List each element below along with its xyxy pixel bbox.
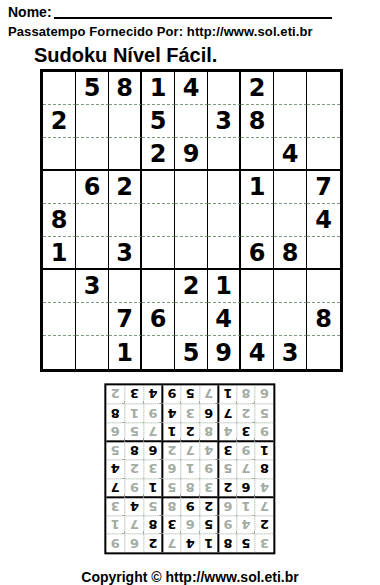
solution-cell: 1 xyxy=(199,534,218,553)
sudoku-cell xyxy=(142,237,175,270)
solution-cell: 1 xyxy=(106,515,125,534)
solution-cell: 5 xyxy=(125,422,144,441)
solution-cell: 1 xyxy=(255,441,274,460)
solution-cell: 4 xyxy=(218,422,237,441)
sudoku-cell: 5 xyxy=(76,72,109,105)
solution-cell: 7 xyxy=(199,385,218,404)
sudoku-cell xyxy=(142,204,175,237)
solution-area: 3581472692495638717162985434623851978759… xyxy=(0,383,380,554)
sudoku-cell xyxy=(208,138,241,171)
sudoku-cell xyxy=(208,72,241,105)
solution-cell: 2 xyxy=(199,497,218,516)
page-title: Sudoku Nível Fácil. xyxy=(34,45,372,66)
sudoku-cell: 6 xyxy=(142,303,175,336)
solution-cell: 4 xyxy=(106,459,125,478)
sudoku-cell xyxy=(274,303,307,336)
solution-cell: 6 xyxy=(218,497,237,516)
sudoku-cell xyxy=(76,237,109,270)
solution-cell: 9 xyxy=(106,534,125,553)
solution-cell: 9 xyxy=(255,422,274,441)
solution-cell: 5 xyxy=(236,534,255,553)
solution-cell: 5 xyxy=(106,441,125,460)
sudoku-cell xyxy=(142,270,175,303)
solution-cell: 4 xyxy=(199,441,218,460)
sudoku-cell: 6 xyxy=(241,237,274,270)
sudoku-cell: 2 xyxy=(142,138,175,171)
solution-cell: 4 xyxy=(255,478,274,497)
sudoku-cell xyxy=(109,138,142,171)
sudoku-cell: 5 xyxy=(142,105,175,138)
solution-cell: 3 xyxy=(144,459,163,478)
sudoku-cell: 8 xyxy=(241,105,274,138)
sudoku-cell xyxy=(175,237,208,270)
sudoku-cell: 4 xyxy=(175,72,208,105)
sudoku-cell: 1 xyxy=(241,171,274,204)
solution-cell: 8 xyxy=(236,385,255,404)
sudoku-cell: 8 xyxy=(274,237,307,270)
page-header: Nome: Passatempo Fornecido Por: http://w… xyxy=(8,0,372,66)
solution-cell: 1 xyxy=(218,385,237,404)
solution-cell: 5 xyxy=(255,404,274,423)
solution-cell: 7 xyxy=(218,404,237,423)
solution-cell: 7 xyxy=(125,515,144,534)
solution-cell: 2 xyxy=(125,459,144,478)
sudoku-cell: 3 xyxy=(208,105,241,138)
solution-cell: 6 xyxy=(236,478,255,497)
solution-cell: 5 xyxy=(218,459,237,478)
sudoku-cell xyxy=(208,204,241,237)
sudoku-cell: 1 xyxy=(109,336,142,369)
sudoku-cell xyxy=(76,336,109,369)
solution-cell: 9 xyxy=(144,404,163,423)
sudoku-cell: 8 xyxy=(43,204,76,237)
solution-cell: 8 xyxy=(125,441,144,460)
sudoku-cell xyxy=(43,270,76,303)
solution-cell: 1 xyxy=(236,497,255,516)
sudoku-cell: 7 xyxy=(307,171,340,204)
name-label: Nome: xyxy=(8,5,52,20)
solution-cell: 2 xyxy=(181,422,200,441)
sudoku-cell xyxy=(241,204,274,237)
sudoku-cell xyxy=(307,138,340,171)
solution-cell: 7 xyxy=(255,497,274,516)
solution-cell: 2 xyxy=(162,441,181,460)
sudoku-cell: 4 xyxy=(208,303,241,336)
solution-cell: 6 xyxy=(181,515,200,534)
sudoku-cell xyxy=(274,171,307,204)
solution-cell: 3 xyxy=(199,478,218,497)
sudoku-cell xyxy=(208,171,241,204)
name-blank-line xyxy=(54,6,332,19)
sudoku-cell xyxy=(76,105,109,138)
solution-cell: 1 xyxy=(181,459,200,478)
sudoku-cell xyxy=(109,105,142,138)
sudoku-cell: 2 xyxy=(109,171,142,204)
sudoku-cell xyxy=(43,303,76,336)
solution-cell: 4 xyxy=(181,534,200,553)
sudoku-cell xyxy=(241,270,274,303)
sudoku-cell xyxy=(175,204,208,237)
sudoku-cell: 2 xyxy=(241,72,274,105)
solution-cell: 8 xyxy=(106,404,125,423)
solution-cell: 7 xyxy=(236,459,255,478)
sudoku-cell: 8 xyxy=(109,72,142,105)
sudoku-cell xyxy=(175,105,208,138)
sudoku-cell xyxy=(274,270,307,303)
sudoku-cell: 8 xyxy=(307,303,340,336)
solution-cell: 9 xyxy=(125,478,144,497)
sudoku-cell xyxy=(175,171,208,204)
solution-cell: 1 xyxy=(162,422,181,441)
solution-cell: 6 xyxy=(144,441,163,460)
sudoku-cell: 1 xyxy=(142,72,175,105)
solution-cell: 4 xyxy=(125,497,144,516)
sudoku-cell xyxy=(43,171,76,204)
copyright-text: Copyright © http://www.sol.eti.br xyxy=(0,569,380,585)
sudoku-cell xyxy=(43,72,76,105)
solution-cell: 5 xyxy=(144,497,163,516)
solution-cell: 8 xyxy=(199,422,218,441)
sudoku-cell xyxy=(274,105,307,138)
sudoku-cell xyxy=(43,138,76,171)
solution-cell: 7 xyxy=(144,422,163,441)
solution-cell: 3 xyxy=(255,534,274,553)
solution-cell: 4 xyxy=(236,515,255,534)
solution-cell: 1 xyxy=(125,404,144,423)
solution-cell: 6 xyxy=(125,534,144,553)
sudoku-cell xyxy=(307,72,340,105)
sudoku-cell xyxy=(43,336,76,369)
sudoku-cell xyxy=(241,138,274,171)
solution-cell: 2 xyxy=(255,515,274,534)
sudoku-cell xyxy=(76,204,109,237)
solution-cell: 8 xyxy=(218,534,237,553)
sudoku-cell: 3 xyxy=(274,336,307,369)
solution-cell: 3 xyxy=(218,441,237,460)
sudoku-cell xyxy=(274,204,307,237)
solution-cell: 7 xyxy=(162,534,181,553)
sudoku-cell xyxy=(142,336,175,369)
sudoku-cell xyxy=(175,303,208,336)
sudoku-cell xyxy=(307,270,340,303)
solution-grid: 3581472692495638717162985434623851978759… xyxy=(104,383,275,554)
solution-cell: 4 xyxy=(144,385,163,404)
sudoku-cell: 6 xyxy=(76,171,109,204)
sudoku-cell: 1 xyxy=(208,270,241,303)
sudoku-cell: 2 xyxy=(175,270,208,303)
sudoku-cell: 4 xyxy=(241,336,274,369)
solution-cell: 9 xyxy=(199,459,218,478)
sudoku-cell: 2 xyxy=(43,105,76,138)
sudoku-grid: 5814225382946217841368321764815943 xyxy=(40,69,343,372)
solution-cell: 6 xyxy=(199,404,218,423)
solution-cell: 9 xyxy=(162,385,181,404)
sudoku-cell xyxy=(208,237,241,270)
sudoku-cell xyxy=(241,303,274,336)
sudoku-cell xyxy=(76,303,109,336)
solution-cell: 9 xyxy=(218,515,237,534)
sudoku-cell xyxy=(274,72,307,105)
sudoku-cell xyxy=(109,270,142,303)
name-row: Nome: xyxy=(8,0,372,20)
sudoku-cell xyxy=(307,237,340,270)
sudoku-cell: 1 xyxy=(43,237,76,270)
sudoku-cell: 3 xyxy=(76,270,109,303)
sudoku-cell: 3 xyxy=(109,237,142,270)
sudoku-cell: 4 xyxy=(274,138,307,171)
solution-cell: 9 xyxy=(181,497,200,516)
solution-cell: 8 xyxy=(181,478,200,497)
sudoku-cell: 5 xyxy=(175,336,208,369)
solution-cell: 6 xyxy=(255,385,274,404)
sudoku-cell xyxy=(109,204,142,237)
solution-cell: 2 xyxy=(236,404,255,423)
solution-cell: 3 xyxy=(236,422,255,441)
solution-cell: 6 xyxy=(106,422,125,441)
solution-cell: 4 xyxy=(162,404,181,423)
solution-cell: 5 xyxy=(199,515,218,534)
solution-cell: 2 xyxy=(144,534,163,553)
solution-cell: 8 xyxy=(144,515,163,534)
solution-cell: 7 xyxy=(106,478,125,497)
sudoku-cell: 4 xyxy=(307,204,340,237)
solution-cell: 5 xyxy=(162,478,181,497)
solution-cell: 3 xyxy=(125,385,144,404)
solution-cell: 3 xyxy=(181,404,200,423)
sudoku-cell xyxy=(76,138,109,171)
sudoku-cell xyxy=(142,171,175,204)
solution-cell: 5 xyxy=(181,385,200,404)
solution-cell: 2 xyxy=(106,385,125,404)
sudoku-cell: 7 xyxy=(109,303,142,336)
sudoku-cell: 9 xyxy=(175,138,208,171)
solution-cell: 6 xyxy=(162,459,181,478)
solution-cell: 3 xyxy=(162,515,181,534)
solution-cell: 3 xyxy=(106,497,125,516)
sudoku-cell xyxy=(307,336,340,369)
solution-cell: 8 xyxy=(255,459,274,478)
sudoku-cell xyxy=(307,105,340,138)
provided-by-text: Passatempo Fornecido Por: http://www.sol… xyxy=(8,24,372,39)
solution-cell: 1 xyxy=(144,478,163,497)
sudoku-cell: 9 xyxy=(208,336,241,369)
solution-cell: 2 xyxy=(218,478,237,497)
solution-cell: 9 xyxy=(236,441,255,460)
solution-cell: 8 xyxy=(162,497,181,516)
solution-cell: 7 xyxy=(181,441,200,460)
